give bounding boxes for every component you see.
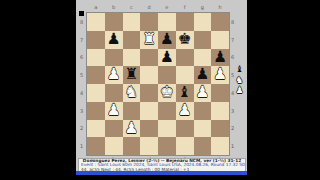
square-b4[interactable]	[105, 84, 123, 102]
square-g2[interactable]	[194, 120, 212, 138]
rank-label-8: 8	[78, 13, 85, 31]
square-g7[interactable]	[194, 31, 212, 49]
board-panel: abcdefgh abcdefgh 87654321 87654321 ♟♜♟♚…	[76, 0, 247, 171]
rank-label-6: 6	[78, 49, 85, 67]
square-b2[interactable]	[105, 120, 123, 138]
square-c1[interactable]	[123, 137, 141, 155]
square-g5[interactable]: ♟	[194, 66, 212, 84]
square-f6[interactable]	[176, 49, 194, 67]
square-e5[interactable]	[158, 66, 176, 84]
square-a5[interactable]	[87, 66, 105, 84]
file-label-e: e	[158, 4, 176, 10]
square-d7[interactable]: ♜	[140, 31, 158, 49]
square-c5[interactable]: ♜	[123, 66, 141, 84]
square-h2[interactable]	[211, 120, 229, 138]
square-e7[interactable]: ♟	[158, 31, 176, 49]
square-d4[interactable]	[140, 84, 158, 102]
square-c2[interactable]: ♟	[123, 120, 141, 138]
square-b7[interactable]: ♟	[105, 31, 123, 49]
square-g6[interactable]	[194, 49, 212, 67]
square-f5[interactable]	[176, 66, 194, 84]
square-h7[interactable]	[211, 31, 229, 49]
rank-label-8: 8	[229, 13, 236, 31]
piece-white-rook-d7[interactable]: ♜	[142, 31, 156, 49]
square-c8[interactable]	[123, 13, 141, 31]
piece-black-pawn-b7[interactable]: ♟	[107, 31, 121, 49]
square-e6[interactable]: ♟	[158, 49, 176, 67]
square-a8[interactable]	[87, 13, 105, 31]
square-h4[interactable]	[211, 84, 229, 102]
tray-piece-black-bishop: ♝	[235, 64, 243, 75]
square-a7[interactable]	[87, 31, 105, 49]
square-c3[interactable]	[123, 102, 141, 120]
square-e2[interactable]	[158, 120, 176, 138]
rank-label-1: 1	[229, 137, 236, 155]
rank-label-2: 2	[229, 120, 236, 138]
piece-white-pawn-f3[interactable]: ♟	[178, 102, 192, 120]
file-labels-top: abcdefgh	[87, 4, 229, 10]
chess-board[interactable]: ♟♜♟♚♟♟♟♜♟♟♞♚♝♟♟♟♟	[87, 13, 229, 155]
file-label-c: c	[123, 4, 141, 10]
rank-label-2: 2	[78, 120, 85, 138]
square-b5[interactable]: ♟	[105, 66, 123, 84]
material-tray: ♝♞♟	[233, 64, 246, 96]
rank-label-3: 3	[78, 102, 85, 120]
piece-white-pawn-c2[interactable]: ♟	[124, 120, 138, 138]
square-g4[interactable]: ♟	[194, 84, 212, 102]
square-h6[interactable]: ♟	[211, 49, 229, 67]
square-a6[interactable]	[87, 49, 105, 67]
square-f2[interactable]	[176, 120, 194, 138]
file-label-d: d	[140, 4, 158, 10]
square-e4[interactable]: ♚	[158, 84, 176, 102]
square-g8[interactable]	[194, 13, 212, 31]
square-b3[interactable]: ♟	[105, 102, 123, 120]
rank-label-5: 5	[78, 66, 85, 84]
piece-black-bishop-f4[interactable]: ♝	[178, 84, 192, 102]
square-a1[interactable]	[87, 137, 105, 155]
square-d5[interactable]	[140, 66, 158, 84]
piece-black-pawn-e6[interactable]: ♟	[160, 49, 174, 67]
rank-label-7: 7	[78, 31, 85, 49]
rank-label-4: 4	[78, 84, 85, 102]
square-d8[interactable]	[140, 13, 158, 31]
tray-piece-white-knight: ♞	[235, 75, 243, 86]
file-label-h: h	[211, 4, 229, 10]
piece-white-knight-c4[interactable]: ♞	[124, 84, 138, 102]
square-f1[interactable]	[176, 137, 194, 155]
square-h5[interactable]: ♟	[211, 66, 229, 84]
square-d2[interactable]	[140, 120, 158, 138]
file-label-g: g	[194, 4, 212, 10]
file-label-b: b	[105, 4, 123, 10]
square-e3[interactable]	[158, 102, 176, 120]
square-d3[interactable]	[140, 102, 158, 120]
rank-label-1: 1	[78, 137, 85, 155]
piece-white-pawn-h5[interactable]: ♟	[213, 66, 227, 84]
square-e8[interactable]	[158, 13, 176, 31]
piece-white-pawn-b3[interactable]: ♟	[107, 102, 121, 120]
game-caption: Dominguez Perez, Leinier (2-½) -- Bejena…	[78, 158, 246, 172]
square-b8[interactable]	[105, 13, 123, 31]
square-d6[interactable]	[140, 49, 158, 67]
piece-white-pawn-b5[interactable]: ♟	[107, 66, 121, 84]
square-f8[interactable]	[176, 13, 194, 31]
square-c7[interactable]	[123, 31, 141, 49]
square-h3[interactable]	[211, 102, 229, 120]
rank-labels-left: 87654321	[78, 13, 85, 155]
square-b6[interactable]	[105, 49, 123, 67]
square-a3[interactable]	[87, 102, 105, 120]
piece-black-pawn-g5[interactable]: ♟	[195, 66, 209, 84]
square-g1[interactable]	[194, 137, 212, 155]
square-h1[interactable]	[211, 137, 229, 155]
square-h8[interactable]	[211, 13, 229, 31]
piece-black-pawn-h6[interactable]: ♟	[213, 49, 227, 67]
piece-white-king-e4[interactable]: ♚	[160, 84, 174, 102]
video-frame: abcdefgh abcdefgh 87654321 87654321 ♟♜♟♚…	[0, 0, 320, 180]
square-a2[interactable]	[87, 120, 105, 138]
piece-black-king-f7[interactable]: ♚	[178, 31, 192, 49]
piece-white-pawn-g4[interactable]: ♟	[195, 84, 209, 102]
square-f7[interactable]: ♚	[176, 31, 194, 49]
square-a4[interactable]	[87, 84, 105, 102]
rank-label-7: 7	[229, 31, 236, 49]
square-d1[interactable]	[140, 137, 158, 155]
piece-black-pawn-e7[interactable]: ♟	[160, 31, 174, 49]
rank-label-3: 3	[229, 102, 236, 120]
square-e1[interactable]	[158, 137, 176, 155]
square-c4[interactable]: ♞	[123, 84, 141, 102]
file-label-a: a	[87, 4, 105, 10]
file-label-f: f	[176, 4, 194, 10]
accent-bar	[76, 171, 247, 175]
square-f4[interactable]: ♝	[176, 84, 194, 102]
piece-black-rook-c5[interactable]: ♜	[124, 66, 138, 84]
square-g3[interactable]	[194, 102, 212, 120]
tray-piece-white-pawn: ♟	[235, 85, 243, 96]
square-b1[interactable]	[105, 137, 123, 155]
square-c6[interactable]	[123, 49, 141, 67]
square-f3[interactable]: ♟	[176, 102, 194, 120]
